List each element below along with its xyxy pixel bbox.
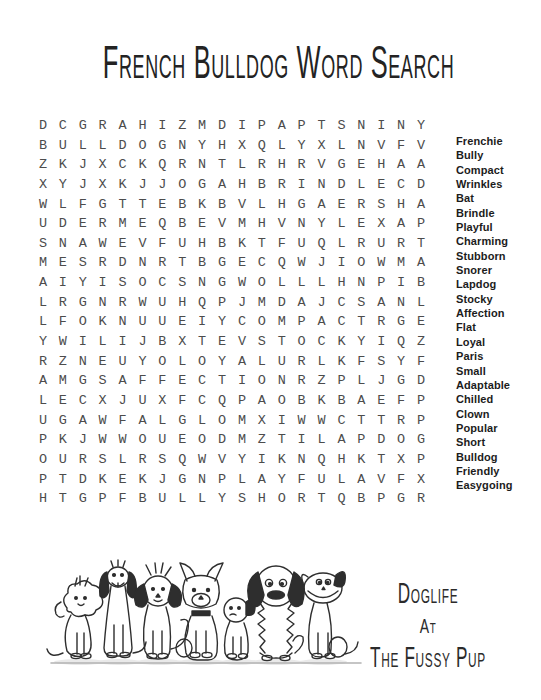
grid-cell: R	[93, 253, 113, 273]
worksheet-page: French Bulldog Word Search DCGRAHIZMDIPA…	[0, 0, 541, 700]
grid-cell: O	[351, 253, 371, 273]
grid-cell: X	[411, 470, 431, 490]
grid-cell: S	[113, 273, 133, 293]
grid-cell: O	[132, 136, 152, 156]
grid-cell: H	[232, 175, 252, 195]
grid-cell: R	[53, 293, 73, 313]
grid-cell: L	[113, 450, 133, 470]
grid-cell: E	[53, 391, 73, 411]
grid-cell: C	[312, 332, 332, 352]
word-list-item: Affection	[456, 306, 540, 320]
grid-cell: Y	[312, 214, 332, 234]
grid-cell: Y	[73, 273, 93, 293]
grid-cell: U	[33, 411, 53, 431]
grid-cell: F	[132, 371, 152, 391]
footer-brand-line2: At	[365, 616, 491, 636]
grid-cell: N	[192, 470, 212, 490]
grid-cell: M	[272, 312, 292, 332]
grid-cell: A	[411, 253, 431, 273]
grid-cell: V	[132, 234, 152, 254]
page-title: French Bulldog Word Search	[103, 40, 438, 86]
grid-cell: N	[132, 253, 152, 273]
grid-cell: F	[152, 371, 172, 391]
grid-cell: N	[292, 450, 312, 470]
grid-cell: O	[272, 489, 292, 509]
grid-cell: T	[312, 489, 332, 509]
grid-cell: W	[232, 273, 252, 293]
grid-cell: E	[93, 352, 113, 372]
grid-cell: R	[292, 489, 312, 509]
grid-cell: C	[192, 391, 212, 411]
grid-cell: T	[192, 332, 212, 352]
grid-cell: R	[152, 253, 172, 273]
grid-cell: L	[152, 411, 172, 431]
grid-cell: D	[73, 470, 93, 490]
grid-cell: B	[292, 391, 312, 411]
grid-cell: T	[272, 332, 292, 352]
grid-cell: D	[113, 253, 133, 273]
grid-cell: Q	[172, 450, 192, 470]
grid-cell: P	[33, 430, 53, 450]
grid-cell: T	[351, 312, 371, 332]
grid-cell: H	[252, 489, 272, 509]
grid-cell: A	[351, 391, 371, 411]
word-list-item: Brindle	[456, 206, 540, 220]
grid-cell: F	[73, 195, 93, 215]
grid-cell: F	[113, 489, 133, 509]
grid-cell: S	[33, 234, 53, 254]
dog-collar	[176, 563, 223, 660]
grid-cell: L	[252, 352, 272, 372]
grid-cell: G	[73, 293, 93, 313]
grid-cell: H	[212, 136, 232, 156]
grid-cell: W	[33, 195, 53, 215]
grid-cell: Y	[351, 332, 371, 352]
grid-cell: E	[371, 175, 391, 195]
grid-cell: G	[391, 371, 411, 391]
grid-cell: L	[192, 411, 212, 431]
dog-shaggy-small	[47, 576, 103, 659]
grid-cell: K	[113, 175, 133, 195]
grid-cell: B	[132, 489, 152, 509]
word-list-item: Stocky	[456, 292, 540, 306]
word-list-item: Popular	[456, 421, 540, 435]
grid-cell: R	[113, 293, 133, 313]
grid-cell: N	[351, 136, 371, 156]
word-list-item: Compact	[456, 163, 540, 177]
word-list-item: Flat	[456, 320, 540, 334]
grid-cell: T	[212, 371, 232, 391]
grid-cell: L	[351, 175, 371, 195]
grid-cell: R	[272, 175, 292, 195]
grid-cell: E	[232, 253, 252, 273]
grid-cell: I	[371, 332, 391, 352]
grid-cell: V	[312, 155, 332, 175]
grid-cell: I	[53, 273, 73, 293]
grid-cell: V	[371, 470, 391, 490]
grid-cell: B	[212, 234, 232, 254]
grid-cell: J	[371, 371, 391, 391]
grid-cell: R	[73, 450, 93, 470]
word-list-item: Short	[456, 435, 540, 449]
grid-cell: G	[172, 411, 192, 431]
grid-cell: C	[331, 411, 351, 431]
grid-cell: D	[411, 175, 431, 195]
grid-cell: J	[113, 391, 133, 411]
grid-cell: Y	[391, 352, 411, 372]
grid-cell: F	[113, 411, 133, 431]
grid-cell: K	[312, 391, 332, 411]
grid-cell: P	[232, 391, 252, 411]
grid-cell: R	[411, 489, 431, 509]
grid-cell: H	[252, 214, 272, 234]
grid-cell: W	[371, 253, 391, 273]
grid-cell: I	[93, 273, 113, 293]
grid-cell: K	[53, 155, 73, 175]
word-list: FrenchieBullyCompactWrinklesBatBrindlePl…	[456, 134, 540, 493]
grid-cell: L	[312, 352, 332, 372]
grid-cell: H	[371, 155, 391, 175]
grid-cell: U	[53, 450, 73, 470]
grid-cell: K	[132, 470, 152, 490]
grid-cell: A	[132, 411, 152, 431]
grid-cell: X	[391, 450, 411, 470]
grid-cell: W	[93, 234, 113, 254]
grid-cell: E	[351, 214, 371, 234]
grid-cell: E	[172, 371, 192, 391]
grid-cell: R	[391, 234, 411, 254]
grid-cell: A	[331, 430, 351, 450]
word-list-item: Chilled	[456, 392, 540, 406]
grid-cell: E	[172, 430, 192, 450]
grid-cell: L	[33, 293, 53, 313]
grid-cell: D	[53, 214, 73, 234]
grid-cell: C	[252, 253, 272, 273]
grid-cell: D	[272, 293, 292, 313]
grid-cell: H	[331, 450, 351, 470]
grid-cell: N	[272, 371, 292, 391]
grid-cell: Q	[312, 450, 332, 470]
grid-cell: X	[232, 136, 252, 156]
grid-cell: L	[232, 470, 252, 490]
grid-cell: I	[331, 253, 351, 273]
grid-cell: C	[73, 391, 93, 411]
word-list-item: Bulldog	[456, 450, 540, 464]
grid-cell: Z	[53, 352, 73, 372]
grid-cell: C	[53, 116, 73, 136]
grid-cell: P	[371, 489, 391, 509]
grid-cell: F	[391, 470, 411, 490]
word-list-item: Paris	[456, 349, 540, 363]
grid-cell: G	[53, 411, 73, 431]
grid-cell: Y	[411, 116, 431, 136]
grid-cell: B	[331, 391, 351, 411]
grid-cell: O	[33, 450, 53, 470]
grid-cell: Q	[391, 332, 411, 352]
grid-cell: N	[351, 116, 371, 136]
grid-cell: Z	[172, 116, 192, 136]
grid-cell: D	[371, 430, 391, 450]
grid-cell: M	[33, 253, 53, 273]
grid-cell: U	[113, 352, 133, 372]
grid-cell: S	[351, 293, 371, 313]
grid-cell: Z	[33, 155, 53, 175]
grid-cell: U	[152, 312, 172, 332]
grid-cell: E	[73, 214, 93, 234]
grid-cell: Y	[232, 450, 252, 470]
grid-cell: R	[132, 450, 152, 470]
grid-cell: L	[53, 195, 73, 215]
grid-cell: U	[152, 430, 172, 450]
grid-cell: E	[192, 214, 212, 234]
grid-cell: S	[252, 332, 272, 352]
grid-cell: M	[113, 214, 133, 234]
grid-cell: S	[232, 489, 252, 509]
grid-cell: N	[93, 293, 113, 313]
grid-cell: U	[53, 136, 73, 156]
grid-cell: T	[53, 470, 73, 490]
grid-cell: G	[411, 430, 431, 450]
grid-cell: P	[292, 312, 312, 332]
grid-cell: O	[172, 175, 192, 195]
grid-cell: O	[73, 312, 93, 332]
grid-cell: L	[272, 136, 292, 156]
grid-cell: C	[113, 155, 133, 175]
grid-cell: O	[152, 352, 172, 372]
grid-cell: L	[351, 371, 371, 391]
grid-cell: L	[312, 273, 332, 293]
grid-cell: A	[252, 391, 272, 411]
grid-cell: A	[113, 371, 133, 391]
grid-cell: F	[292, 470, 312, 490]
grid-cell: H	[272, 195, 292, 215]
grid-cell: S	[73, 253, 93, 273]
grid-cell: H	[272, 155, 292, 175]
grid-cell: D	[33, 116, 53, 136]
grid-cell: I	[252, 450, 272, 470]
word-list-item: Stubborn	[456, 249, 540, 263]
grid-cell: D	[212, 116, 232, 136]
grid-cell: T	[252, 234, 272, 254]
grid-cell: A	[312, 312, 332, 332]
grid-cell: Y	[132, 352, 152, 372]
grid-cell: A	[391, 214, 411, 234]
grid-cell: F	[391, 136, 411, 156]
grid-cell: B	[172, 214, 192, 234]
grid-cell: K	[93, 312, 113, 332]
grid-cell: T	[172, 253, 192, 273]
dog-tall	[100, 560, 146, 658]
grid-cell: F	[351, 352, 371, 372]
grid-cell: M	[232, 214, 252, 234]
grid-cell: O	[391, 430, 411, 450]
grid-cell: G	[93, 195, 113, 215]
grid-cell: J	[152, 470, 172, 490]
grid-cell: Q	[152, 155, 172, 175]
grid-cell: E	[132, 214, 152, 234]
grid-cell: B	[411, 273, 431, 293]
grid-cell: N	[172, 136, 192, 156]
grid-cell: I	[292, 430, 312, 450]
grid-cell: H	[192, 234, 212, 254]
grid-cell: T	[272, 430, 292, 450]
grid-cell: G	[212, 253, 232, 273]
grid-cell: G	[292, 195, 312, 215]
grid-cell: U	[312, 470, 332, 490]
grid-cell: V	[371, 136, 391, 156]
grid-cell: I	[272, 411, 292, 431]
grid-cell: K	[53, 430, 73, 450]
word-list-item: Clown	[456, 407, 540, 421]
grid-cell: I	[371, 116, 391, 136]
grid-cell: R	[371, 312, 391, 332]
grid-cell: X	[93, 155, 113, 175]
grid-cell: I	[232, 116, 252, 136]
grid-cell: N	[292, 214, 312, 234]
grid-cell: W	[53, 332, 73, 352]
grid-cell: Q	[192, 293, 212, 313]
grid-cell: I	[292, 175, 312, 195]
grid-cell: A	[351, 470, 371, 490]
grid-cell: Y	[53, 175, 73, 195]
grid-cell: E	[53, 253, 73, 273]
grid-cell: N	[391, 293, 411, 313]
grid-cell: K	[192, 195, 212, 215]
grid-cell: R	[292, 371, 312, 391]
grid-cell: A	[411, 155, 431, 175]
grid-cell: L	[252, 195, 272, 215]
grid-cell: J	[132, 332, 152, 352]
grid-cell: K	[331, 332, 351, 352]
grid-cell: U	[132, 312, 152, 332]
grid-cell: Q	[331, 489, 351, 509]
grid-cell: P	[212, 293, 232, 313]
grid-cell: U	[172, 234, 192, 254]
grid-cell: G	[192, 175, 212, 195]
grid-cell: L	[331, 234, 351, 254]
grid-cell: X	[152, 391, 172, 411]
grid-cell: L	[73, 136, 93, 156]
grid-cell: L	[33, 391, 53, 411]
grid-cell: Q	[212, 391, 232, 411]
grid-cell: R	[33, 352, 53, 372]
grid-cell: E	[113, 470, 133, 490]
grid-cell: L	[33, 312, 53, 332]
grid-cell: Y	[192, 136, 212, 156]
grid-cell: A	[272, 116, 292, 136]
grid-cell: P	[411, 411, 431, 431]
grid-cell: T	[371, 450, 391, 470]
grid-cell: R	[93, 214, 113, 234]
grid-cell: Y	[292, 136, 312, 156]
grid-cell: E	[152, 195, 172, 215]
grid-cell: F	[53, 312, 73, 332]
grid-cell: E	[351, 155, 371, 175]
grid-cell: A	[411, 195, 431, 215]
grid-cell: Y	[33, 332, 53, 352]
grid-cell: R	[391, 411, 411, 431]
grid-cell: L	[172, 489, 192, 509]
grid-cell: U	[132, 391, 152, 411]
word-list-item: Bat	[456, 191, 540, 205]
grid-cell: P	[292, 116, 312, 136]
grid-cell: T	[132, 195, 152, 215]
grid-cell: Y	[212, 352, 232, 372]
grid-cell: P	[212, 470, 232, 490]
grid-cell: O	[292, 332, 312, 352]
grid-cell: O	[192, 352, 212, 372]
grid-cell: U	[33, 214, 53, 234]
grid-cell: G	[391, 489, 411, 509]
grid-cell: K	[93, 470, 113, 490]
grid-cell: J	[73, 155, 93, 175]
grid-cell: D	[113, 136, 133, 156]
grid-cell: L	[93, 332, 113, 352]
grid-cell: S	[331, 116, 351, 136]
grid-cell: R	[351, 195, 371, 215]
grid-cell: K	[351, 450, 371, 470]
grid-cell: O	[212, 411, 232, 431]
grid-cell: L	[232, 155, 252, 175]
word-list-item: Easygoing	[456, 478, 540, 492]
grid-cell: Y	[212, 489, 232, 509]
grid-cell: C	[152, 273, 172, 293]
grid-cell: K	[331, 352, 351, 372]
grid-cell: U	[292, 234, 312, 254]
grid-cell: T	[351, 411, 371, 431]
grid-cell: T	[212, 155, 232, 175]
grid-cell: P	[331, 371, 351, 391]
grid-cell: E	[113, 234, 133, 254]
grid-cell: A	[73, 411, 93, 431]
grid-cell: E	[411, 312, 431, 332]
grid-cell: M	[232, 430, 252, 450]
grid-cell: S	[172, 273, 192, 293]
grid-cell: J	[73, 430, 93, 450]
grid-cell: A	[312, 195, 332, 215]
word-list-item: Friendly	[456, 464, 540, 478]
grid-cell: I	[232, 371, 252, 391]
grid-cell: A	[33, 273, 53, 293]
grid-cell: T	[113, 195, 133, 215]
grid-cell: F	[152, 234, 172, 254]
grid-cell: C	[391, 175, 411, 195]
grid-cell: I	[113, 332, 133, 352]
grid-cell: R	[172, 155, 192, 175]
grid-cell: B	[192, 253, 212, 273]
grid-cell: L	[272, 273, 292, 293]
grid-cell: U	[371, 234, 391, 254]
grid-cell: P	[411, 391, 431, 411]
grid-cell: R	[292, 352, 312, 372]
grid-cell: T	[371, 411, 391, 431]
grid-cell: R	[351, 234, 371, 254]
grid-cell: L	[93, 136, 113, 156]
word-list-item: Lapdog	[456, 277, 540, 291]
grid-cell: E	[212, 332, 232, 352]
grid-cell: Y	[272, 470, 292, 490]
grid-cell: S	[371, 195, 391, 215]
grid-cell: G	[152, 136, 172, 156]
grid-cell: J	[73, 175, 93, 195]
grid-cell: B	[152, 332, 172, 352]
grid-cell: Z	[411, 332, 431, 352]
grid-cell: E	[331, 195, 351, 215]
word-list-item: Small	[456, 364, 540, 378]
grid-cell: N	[73, 352, 93, 372]
grid-cell: O	[132, 430, 152, 450]
grid-cell: V	[411, 136, 431, 156]
